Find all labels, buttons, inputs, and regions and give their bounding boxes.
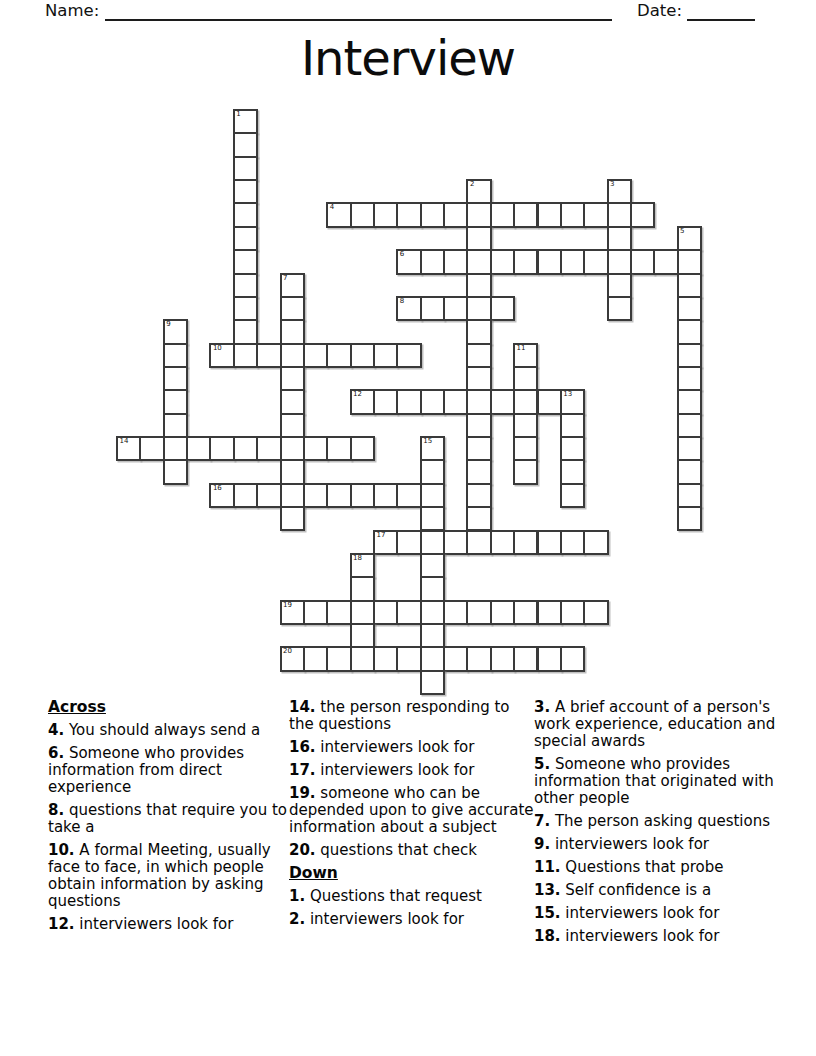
crossword-cell[interactable] (560, 646, 585, 671)
clue-number-label: 5. (534, 755, 550, 773)
clue-number: 16 (213, 484, 222, 493)
crossword-cell[interactable] (560, 600, 585, 625)
crossword-cell[interactable] (396, 389, 421, 414)
crossword-cell[interactable] (560, 459, 585, 484)
crossword-cell[interactable]: 4 (326, 202, 351, 227)
puzzle-title: Interview (0, 30, 816, 86)
crossword-cell[interactable] (466, 389, 491, 414)
crossword-cell[interactable] (466, 296, 491, 321)
crossword-cell[interactable] (560, 249, 585, 274)
crossword-cell[interactable] (396, 202, 421, 227)
crossword-cell[interactable] (420, 530, 445, 555)
crossword-cell[interactable]: 9 (163, 319, 188, 344)
down-heading: Down (289, 865, 536, 882)
crossword-cell[interactable] (420, 202, 445, 227)
crossword-cell[interactable] (420, 670, 445, 695)
crossword-cell[interactable] (490, 600, 515, 625)
clue-number: 15 (423, 437, 432, 446)
crossword-cell[interactable]: 20 (280, 646, 305, 671)
crossword-cell[interactable] (560, 530, 585, 555)
crossword-cell[interactable] (560, 202, 585, 227)
crossword-cell[interactable] (466, 202, 491, 227)
crossword-cell[interactable] (280, 506, 305, 531)
crossword-cell[interactable]: 18 (350, 553, 375, 578)
clue-column-3: 3. A brief account of a person's work ex… (534, 699, 788, 951)
crossword-cell[interactable] (466, 530, 491, 555)
crossword-cell[interactable] (373, 483, 398, 508)
crossword-cell[interactable] (607, 273, 632, 298)
clue-down-9: 9. interviewers look for (534, 836, 788, 853)
clue-across-10: 10. A formal Meeting, usually face to fa… (48, 842, 298, 910)
clue-across-14: 14. the person responding to the questio… (289, 699, 536, 733)
clue-number-label: 10. (48, 841, 75, 859)
name-label: Name: (45, 1, 99, 20)
crossword-cell[interactable] (303, 436, 328, 461)
crossword-cell[interactable] (280, 483, 305, 508)
clue-number-label: 17. (289, 761, 316, 779)
crossword-cell[interactable] (350, 483, 375, 508)
clue-number: 19 (283, 601, 292, 610)
crossword-cell[interactable] (677, 389, 702, 414)
crossword-cell[interactable] (466, 483, 491, 508)
clue-number: 18 (353, 554, 362, 563)
crossword-cell[interactable] (350, 202, 375, 227)
clue-across-6: 6. Someone who provides information from… (48, 745, 298, 796)
crossword-cell[interactable]: 7 (280, 273, 305, 298)
crossword-cell[interactable]: 1 (233, 109, 258, 134)
crossword-cell[interactable] (513, 530, 538, 555)
crossword-cell[interactable] (396, 530, 421, 555)
crossword-cell[interactable] (396, 343, 421, 368)
crossword-cell[interactable] (420, 600, 445, 625)
crossword-cell[interactable] (607, 202, 632, 227)
clue-number-label: 7. (534, 812, 550, 830)
crossword-cell[interactable] (280, 459, 305, 484)
crossword-cell[interactable] (677, 366, 702, 391)
crossword-cell[interactable] (466, 343, 491, 368)
crossword-cell[interactable] (350, 576, 375, 601)
clue-across-17: 17. interviewers look for (289, 762, 536, 779)
clue-down-1: 1. Questions that request (289, 888, 536, 905)
clue-number: 10 (213, 344, 222, 353)
crossword-cell[interactable] (163, 389, 188, 414)
crossword-cell[interactable] (560, 413, 585, 438)
clue-down-3: 3. A brief account of a person's work ex… (534, 699, 788, 750)
crossword-cell[interactable] (466, 226, 491, 251)
crossword-cell[interactable] (466, 506, 491, 531)
date-input-line[interactable] (687, 2, 755, 21)
crossword-cell[interactable] (490, 389, 515, 414)
crossword-cell[interactable] (466, 273, 491, 298)
crossword-cell[interactable]: 17 (373, 530, 398, 555)
crossword-cell[interactable] (677, 273, 702, 298)
crossword-cell[interactable] (583, 202, 608, 227)
clue-down-15: 15. interviewers look for (534, 905, 788, 922)
crossword-cell[interactable] (537, 530, 562, 555)
clue-number-label: 1. (289, 887, 305, 905)
crossword-cell[interactable] (256, 343, 281, 368)
crossword-cell[interactable] (466, 459, 491, 484)
crossword-cell[interactable]: 13 (560, 389, 585, 414)
crossword-cell[interactable] (420, 576, 445, 601)
crossword-cell[interactable] (583, 249, 608, 274)
crossword-cell[interactable] (163, 343, 188, 368)
crossword-cell[interactable] (490, 530, 515, 555)
crossword-cell[interactable] (420, 249, 445, 274)
crossword-cell[interactable] (326, 483, 351, 508)
crossword-cell[interactable] (466, 249, 491, 274)
clue-across-8: 8. questions that require you to take a (48, 802, 298, 836)
crossword-cell[interactable] (396, 600, 421, 625)
crossword-cell[interactable] (420, 623, 445, 648)
clue-number: 7 (283, 274, 287, 283)
clue-number-label: 19. (289, 784, 316, 802)
crossword-cell[interactable] (303, 343, 328, 368)
crossword-cell[interactable] (303, 646, 328, 671)
crossword-cell[interactable] (420, 483, 445, 508)
crossword-cell[interactable] (630, 202, 655, 227)
crossword-cell[interactable]: 14 (116, 436, 141, 461)
clue-number: 14 (120, 437, 129, 446)
crossword-cell[interactable] (420, 459, 445, 484)
crossword-cell[interactable] (233, 156, 258, 181)
clue-number-label: 20. (289, 841, 316, 859)
crossword-cell[interactable] (420, 296, 445, 321)
crossword-cell[interactable] (490, 249, 515, 274)
crossword-cell[interactable] (373, 600, 398, 625)
clue-down-7: 7. The person asking questions (534, 813, 788, 830)
clue-number-label: 3. (534, 698, 550, 716)
across-heading: Across (48, 699, 298, 716)
crossword-cell[interactable] (350, 436, 375, 461)
crossword-cell[interactable]: 5 (677, 226, 702, 251)
crossword-cell[interactable] (443, 249, 468, 274)
clue-number: 5 (680, 227, 684, 236)
crossword-cell[interactable] (583, 530, 608, 555)
crossword-cell[interactable] (233, 436, 258, 461)
crossword-cell[interactable] (677, 483, 702, 508)
crossword-grid: 1234567891011121314151617181920 (116, 109, 704, 697)
date-label: Date: (637, 1, 682, 20)
crossword-cell[interactable] (537, 646, 562, 671)
crossword-cell[interactable] (233, 343, 258, 368)
crossword-cell[interactable] (513, 202, 538, 227)
crossword-cell[interactable] (303, 600, 328, 625)
crossword-cell[interactable] (350, 646, 375, 671)
crossword-cell[interactable] (256, 436, 281, 461)
crossword-cell[interactable] (209, 436, 234, 461)
crossword-cell[interactable] (233, 132, 258, 157)
crossword-cell[interactable] (443, 530, 468, 555)
crossword-cell[interactable] (280, 343, 305, 368)
crossword-cell[interactable] (490, 202, 515, 227)
crossword-cell[interactable] (373, 202, 398, 227)
clue-number-label: 2. (289, 910, 305, 928)
crossword-cell[interactable] (163, 459, 188, 484)
crossword-cell[interactable] (677, 296, 702, 321)
crossword-cell[interactable]: 10 (209, 343, 234, 368)
crossword-cell[interactable] (373, 343, 398, 368)
clue-column-2: 14. the person responding to the questio… (289, 699, 536, 934)
crossword-cell[interactable]: 12 (350, 389, 375, 414)
crossword-cell[interactable] (513, 646, 538, 671)
crossword-cell[interactable] (607, 226, 632, 251)
clue-across-12: 12. interviewers look for (48, 916, 298, 933)
clue-number: 20 (283, 647, 292, 656)
crossword-cell[interactable] (513, 366, 538, 391)
crossword-cell[interactable] (280, 413, 305, 438)
crossword-cell[interactable] (350, 600, 375, 625)
crossword-cell[interactable] (280, 366, 305, 391)
clue-number: 9 (166, 320, 170, 329)
crossword-cell[interactable] (677, 343, 702, 368)
crossword-cell[interactable]: 8 (396, 296, 421, 321)
crossword-cell[interactable] (513, 436, 538, 461)
name-input-line[interactable] (105, 2, 612, 21)
clue-down-18: 18. interviewers look for (534, 928, 788, 945)
crossword-cell[interactable] (466, 413, 491, 438)
crossword-cell[interactable] (233, 273, 258, 298)
clue-number: 12 (353, 390, 362, 399)
crossword-cell[interactable] (513, 413, 538, 438)
crossword-cell[interactable] (280, 389, 305, 414)
crossword-cell[interactable] (607, 296, 632, 321)
clue-number-label: 4. (48, 721, 64, 739)
clue-number: 17 (377, 531, 386, 540)
clue-number-label: 16. (289, 738, 316, 756)
clue-number: 11 (517, 344, 526, 353)
crossword-cell[interactable]: 15 (420, 436, 445, 461)
clue-across-19: 19. someone who can be depended upon to … (289, 785, 536, 836)
clue-number-label: 12. (48, 915, 75, 933)
crossword-cell[interactable] (490, 296, 515, 321)
crossword-cell[interactable]: 16 (209, 483, 234, 508)
crossword-cell[interactable] (163, 413, 188, 438)
crossword-cell[interactable] (280, 319, 305, 344)
crossword-cell[interactable] (677, 413, 702, 438)
crossword-cell[interactable] (490, 646, 515, 671)
crossword-cell[interactable] (537, 202, 562, 227)
crossword-cell[interactable]: 19 (280, 600, 305, 625)
clue-number: 13 (563, 390, 572, 399)
crossword-cell[interactable] (443, 202, 468, 227)
crossword-cell[interactable] (466, 366, 491, 391)
crossword-cell[interactable] (326, 646, 351, 671)
crossword-cell[interactable] (326, 343, 351, 368)
crossword-cell[interactable] (513, 600, 538, 625)
crossword-cell[interactable] (326, 436, 351, 461)
crossword-cell[interactable] (233, 483, 258, 508)
clue-number: 8 (400, 297, 404, 306)
crossword-cell[interactable] (607, 249, 632, 274)
clue-number-label: 14. (289, 698, 316, 716)
clue-number-label: 15. (534, 904, 561, 922)
crossword-cell[interactable] (350, 623, 375, 648)
crossword-cell[interactable] (420, 389, 445, 414)
crossword-cell[interactable] (466, 436, 491, 461)
crossword-cell[interactable] (350, 343, 375, 368)
crossword-cell[interactable] (303, 483, 328, 508)
crossword-cell[interactable]: 2 (466, 179, 491, 204)
crossword-cell[interactable] (163, 436, 188, 461)
clue-number-label: 6. (48, 744, 64, 762)
clue-number-label: 8. (48, 801, 64, 819)
clue-number: 4 (330, 203, 334, 212)
clue-number-label: 13. (534, 881, 561, 899)
crossword-cell[interactable] (513, 249, 538, 274)
crossword-cell[interactable] (280, 296, 305, 321)
crossword-cell[interactable] (396, 646, 421, 671)
crossword-cell[interactable] (443, 389, 468, 414)
crossword-cell[interactable] (677, 459, 702, 484)
crossword-cell[interactable] (677, 319, 702, 344)
crossword-cell[interactable] (560, 483, 585, 508)
crossword-cell[interactable] (233, 226, 258, 251)
crossword-cell[interactable] (280, 436, 305, 461)
clue-down-11: 11. Questions that probe (534, 859, 788, 876)
clue-number: 6 (400, 250, 404, 259)
clue-column-1: Across4. You should always send a6. Some… (48, 699, 298, 939)
crossword-cell[interactable] (233, 319, 258, 344)
clue-number: 2 (470, 180, 474, 189)
crossword-cell[interactable] (537, 600, 562, 625)
crossword-cell[interactable] (420, 646, 445, 671)
clue-down-2: 2. interviewers look for (289, 911, 536, 928)
crossword-cell[interactable] (186, 436, 211, 461)
clue-across-4: 4. You should always send a (48, 722, 298, 739)
crossword-cell[interactable] (443, 646, 468, 671)
worksheet-page: Name: Date: Interview 123456789101112131… (0, 0, 816, 1056)
crossword-cell[interactable] (513, 389, 538, 414)
crossword-cell[interactable] (677, 436, 702, 461)
crossword-cell[interactable]: 6 (396, 249, 421, 274)
crossword-cell[interactable] (443, 296, 468, 321)
crossword-cell[interactable]: 11 (513, 343, 538, 368)
crossword-cell[interactable] (466, 319, 491, 344)
crossword-cell[interactable] (256, 483, 281, 508)
clue-number-label: 18. (534, 927, 561, 945)
crossword-cell[interactable]: 3 (607, 179, 632, 204)
crossword-cell[interactable] (139, 436, 164, 461)
clue-number: 1 (236, 110, 240, 119)
crossword-cell[interactable] (443, 600, 468, 625)
clue-down-5: 5. Someone who provides information that… (534, 756, 788, 807)
crossword-cell[interactable] (373, 389, 398, 414)
crossword-cell[interactable] (163, 366, 188, 391)
crossword-cell[interactable] (537, 249, 562, 274)
crossword-cell[interactable] (420, 506, 445, 531)
crossword-cell[interactable] (653, 249, 678, 274)
crossword-cell[interactable] (233, 202, 258, 227)
crossword-cell[interactable] (326, 600, 351, 625)
clue-down-13: 13. Self confidence is a (534, 882, 788, 899)
crossword-cell[interactable] (233, 179, 258, 204)
crossword-cell[interactable] (630, 249, 655, 274)
crossword-cell[interactable] (466, 600, 491, 625)
clue-number-label: 11. (534, 858, 561, 876)
crossword-cell[interactable] (560, 436, 585, 461)
crossword-cell[interactable] (233, 249, 258, 274)
crossword-cell[interactable] (466, 646, 491, 671)
clue-number: 3 (610, 180, 614, 189)
crossword-cell[interactable] (513, 459, 538, 484)
clue-across-16: 16. interviewers look for (289, 739, 536, 756)
crossword-cell[interactable] (677, 506, 702, 531)
crossword-cell[interactable] (537, 389, 562, 414)
clue-across-20: 20. questions that check (289, 842, 536, 859)
crossword-cell[interactable] (583, 600, 608, 625)
clue-number-label: 9. (534, 835, 550, 853)
crossword-cell[interactable] (677, 249, 702, 274)
crossword-cell[interactable] (373, 646, 398, 671)
crossword-cell[interactable] (233, 296, 258, 321)
crossword-cell[interactable] (420, 553, 445, 578)
crossword-cell[interactable] (396, 483, 421, 508)
